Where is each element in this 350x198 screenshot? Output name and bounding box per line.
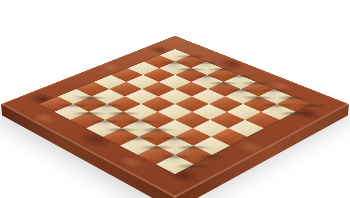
piece-shadow [169, 67, 215, 72]
rook-glyph: ♜ [156, 124, 194, 166]
piece-shadow [169, 54, 213, 58]
chess-board: ♜♞♝♛♚♝♞♜♟♟♟♟♟♟♟♟♟♟♟♟♟♟♟♟♜♞♝♛♚♝♞♜ [1, 36, 349, 198]
piece-shadow [153, 61, 198, 66]
pawn-glyph: ♟ [267, 87, 291, 113]
piece-shadow [201, 81, 248, 86]
chess-set-product-photo: ♜♞♝♛♚♝♞♜♟♟♟♟♟♟♟♟♟♟♟♟♟♟♟♟♜♞♝♛♚♝♞♜ [0, 0, 350, 198]
piece-shadow [218, 88, 266, 93]
piece-shadow [185, 74, 231, 79]
